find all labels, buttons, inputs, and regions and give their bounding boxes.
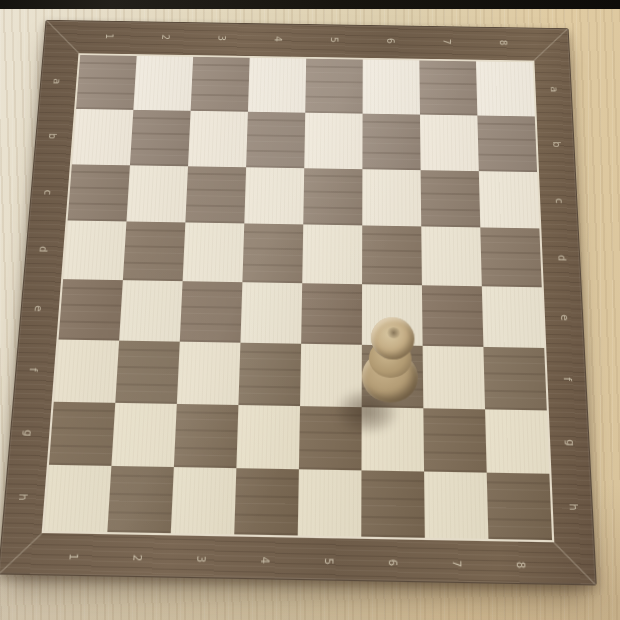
square-e1: [59, 279, 123, 340]
square-b2: [130, 110, 191, 166]
square-h8: [487, 473, 552, 540]
piece-ball: [371, 317, 415, 360]
square-d2: [123, 222, 186, 281]
square-c6: [362, 169, 421, 227]
square-a3: [191, 57, 250, 112]
board-inner-line: ♙: [42, 53, 555, 542]
square-d6: [362, 226, 422, 286]
square-c3: [185, 166, 246, 224]
square-a7: [419, 60, 477, 115]
square-f3: [177, 341, 241, 404]
square-g3: [174, 403, 239, 468]
square-g8: [485, 409, 549, 474]
square-g4: [236, 404, 300, 469]
square-d7: [421, 227, 482, 287]
square-b8: [477, 115, 537, 171]
square-a2: [133, 56, 193, 111]
square-h1: [44, 465, 111, 532]
square-e3: [180, 281, 243, 342]
labels-top: 12345678: [81, 30, 532, 49]
square-e8: [482, 286, 544, 347]
square-e2: [119, 280, 182, 341]
square-h2: [107, 466, 174, 533]
square-f6: ♙: [362, 345, 424, 408]
square-c1: [68, 164, 130, 222]
square-a4: [248, 58, 306, 113]
square-e4: [240, 282, 302, 343]
table-edge-strip: [0, 0, 620, 9]
square-f4: [238, 342, 301, 405]
labels-bottom: 12345678: [41, 549, 553, 574]
piece-dimple: [387, 327, 400, 338]
square-e5: [301, 283, 362, 344]
square-h3: [171, 467, 237, 534]
square-c2: [126, 165, 188, 223]
frame-mitre-seam: [554, 542, 596, 585]
square-d1: [63, 221, 126, 280]
square-h5: [298, 470, 362, 537]
square-d3: [183, 223, 245, 283]
frame-mitre-seam: [0, 533, 42, 574]
square-e7: [422, 285, 483, 346]
square-f8: [483, 347, 546, 410]
square-a6: [363, 60, 420, 115]
square-b1: [72, 109, 133, 165]
square-c5: [303, 168, 362, 226]
square-b6: [362, 113, 420, 169]
frame-mitre-seam: [534, 29, 568, 61]
square-c8: [479, 171, 540, 229]
square-b3: [188, 111, 248, 167]
square-d4: [242, 224, 303, 284]
square-h7: [424, 472, 488, 539]
square-g7: [423, 408, 486, 473]
square-f1: [54, 339, 119, 402]
chess-board: 12345678 12345678 abcdefgh abcdefgh ♙: [0, 20, 597, 586]
board-playfield: ♙: [44, 55, 552, 540]
square-b5: [304, 112, 362, 168]
square-c4: [244, 167, 304, 225]
square-f7: [423, 346, 485, 409]
square-d8: [480, 228, 541, 288]
square-a1: [76, 55, 137, 110]
square-a8: [476, 61, 535, 116]
square-c7: [421, 170, 481, 228]
square-f2: [115, 340, 179, 403]
frame-mitre-seam: [47, 21, 80, 54]
square-b7: [420, 114, 479, 170]
square-b4: [246, 112, 305, 168]
square-g2: [111, 402, 176, 467]
square-g1: [49, 401, 115, 466]
square-h6: [361, 471, 425, 538]
square-d5: [302, 225, 362, 285]
board-frame: 12345678 12345678 abcdefgh abcdefgh ♙: [0, 20, 597, 586]
photo-scene: 12345678 12345678 abcdefgh abcdefgh ♙: [0, 0, 620, 620]
square-h4: [234, 468, 299, 535]
square-a5: [305, 59, 363, 114]
